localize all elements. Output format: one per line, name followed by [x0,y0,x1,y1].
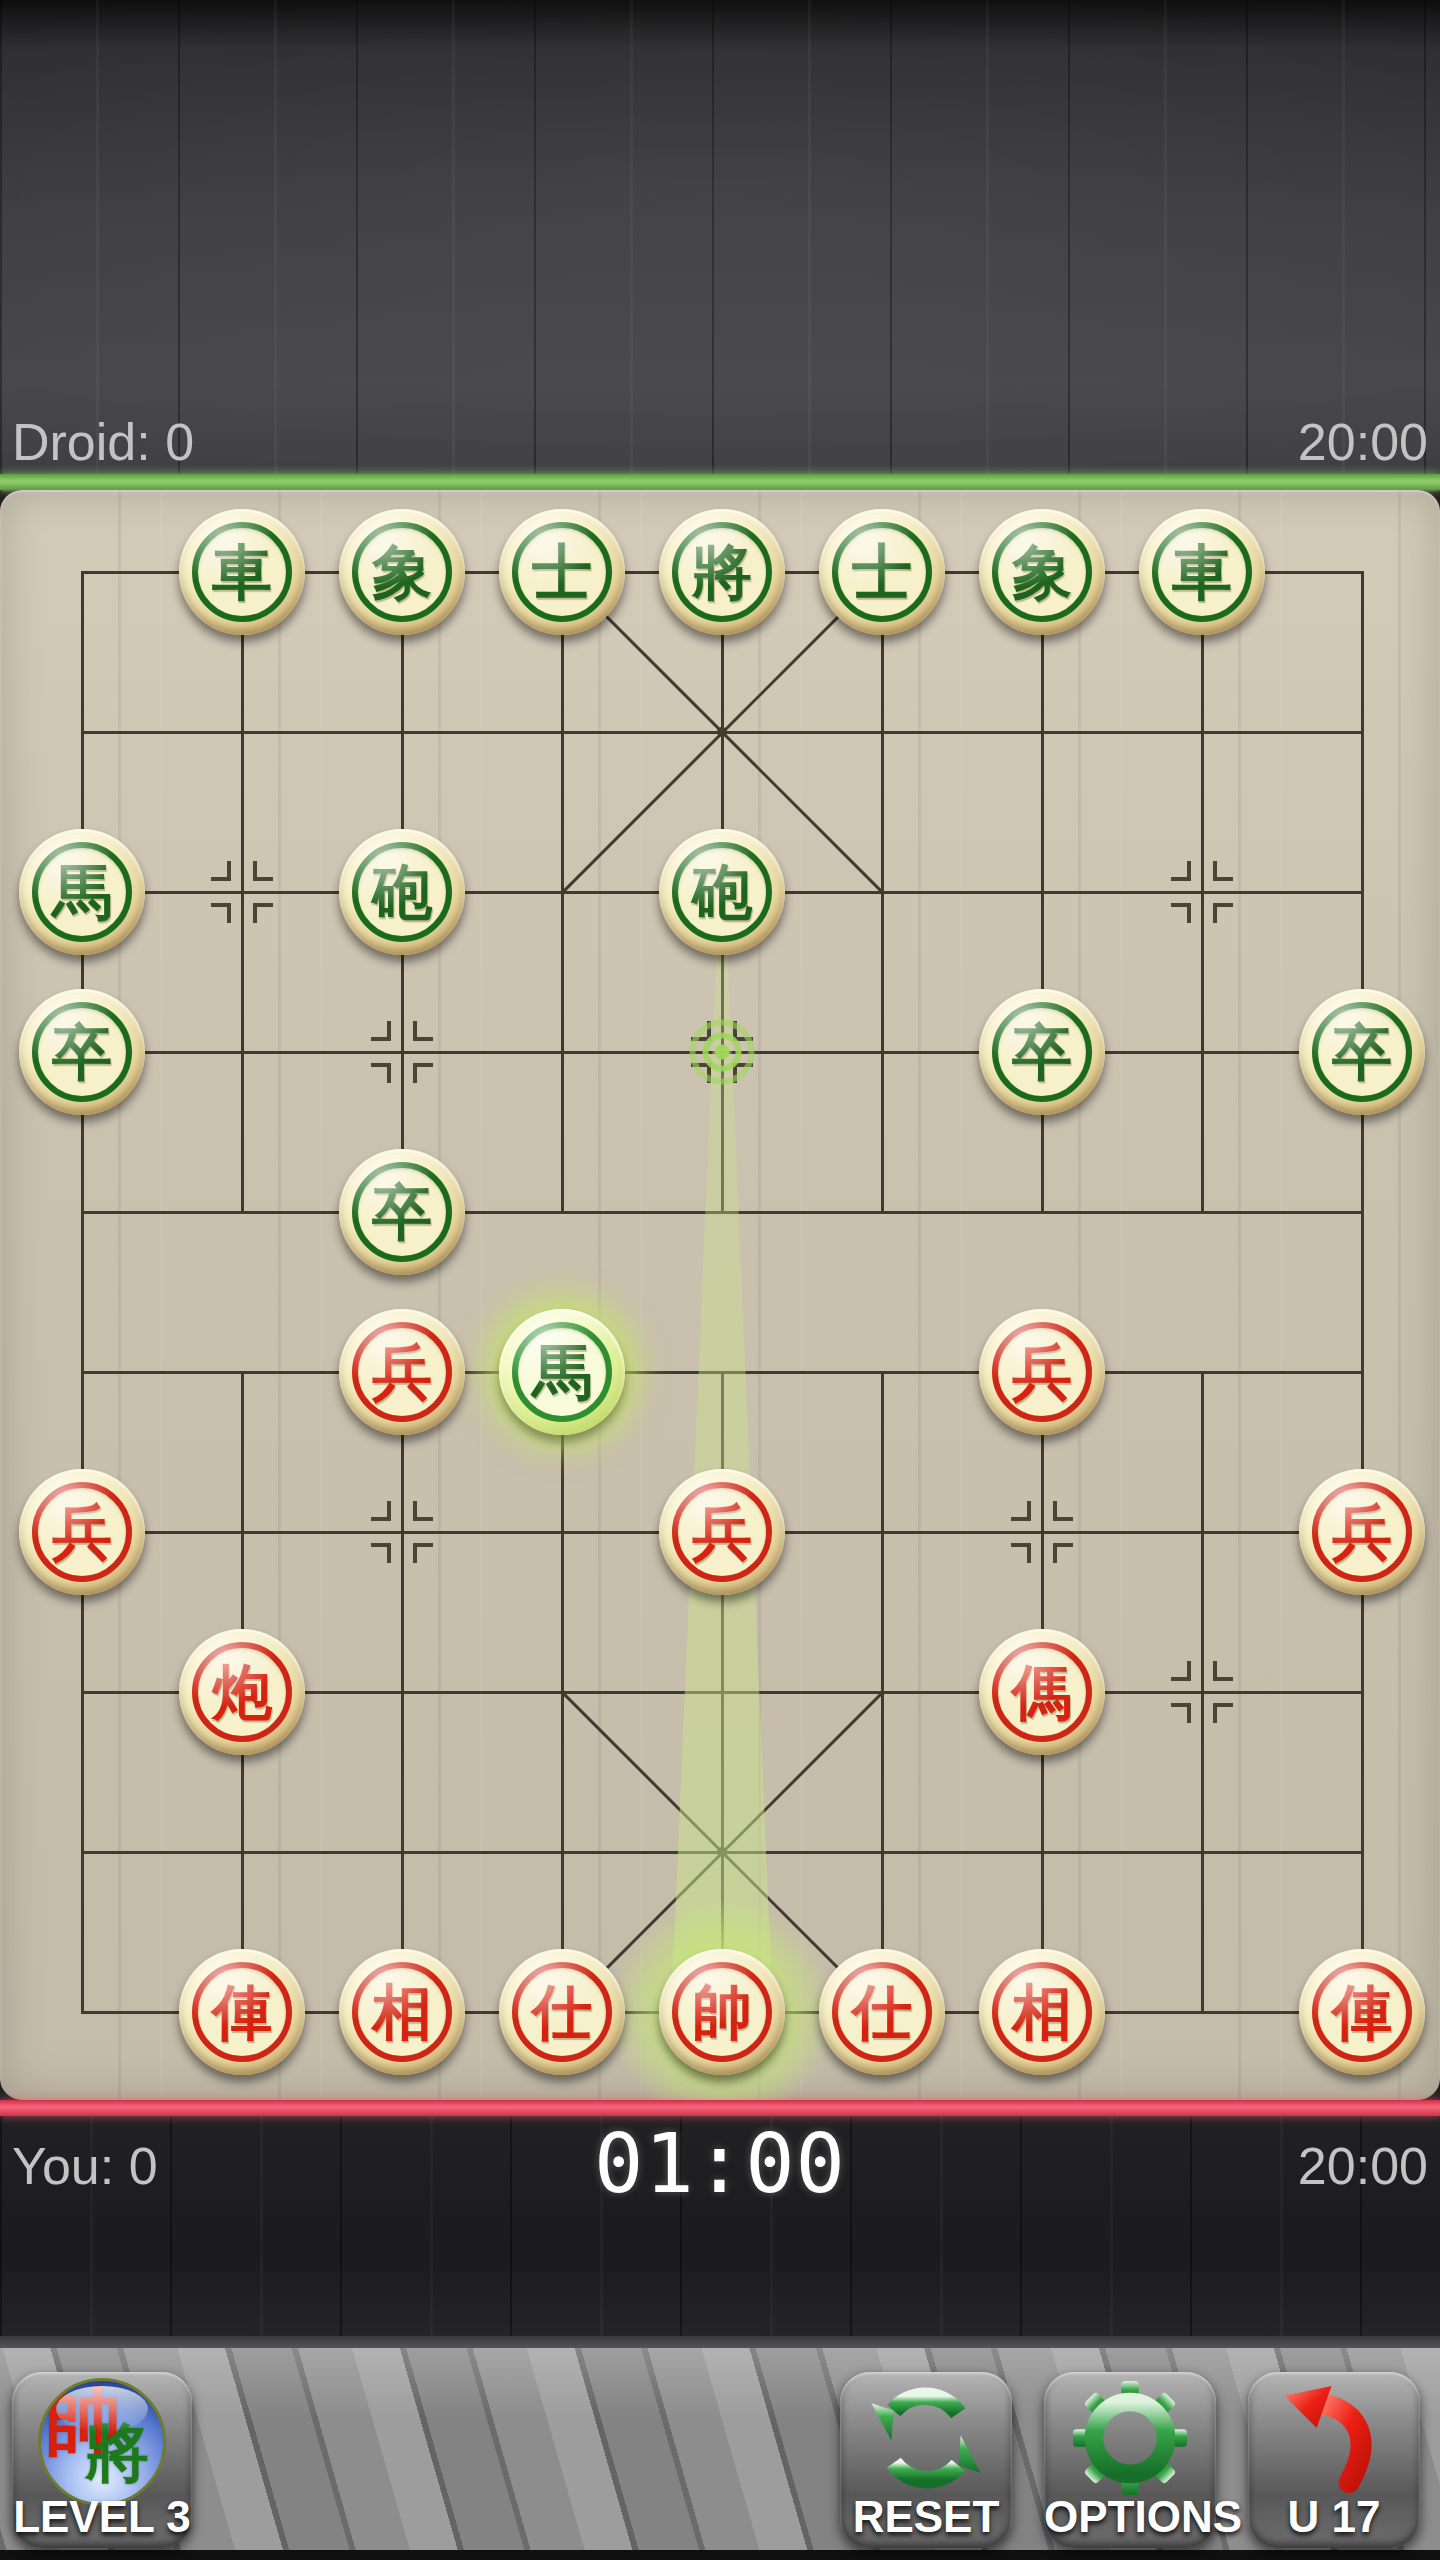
piece-character: 士 [852,542,912,602]
piece-ring: 傌 [992,1642,1092,1742]
piece-character: 兵 [692,1502,752,1562]
piece-red-f1[interactable]: 仕 [819,1949,945,2075]
piece-black-d5[interactable]: 馬 [499,1309,625,1435]
piece-character: 將 [692,542,752,602]
opponent-game-timer: 20:00 [1298,412,1428,472]
grid-file-line [1041,571,1044,1213]
piece-character: 砲 [692,862,752,922]
piece-black-b10[interactable]: 車 [179,509,305,635]
undo-button-label: U 17 [1248,2492,1420,2542]
piece-character: 車 [212,542,272,602]
piece-ring: 俥 [1312,1962,1412,2062]
piece-ring: 相 [352,1962,452,2062]
piece-character: 相 [372,1982,432,2042]
piece-character: 象 [1012,542,1072,602]
xiangqi-app-screen: Droid: 0 20:00 車象士將士象車馬砲砲卒卒卒卒兵馬兵兵兵兵炮傌俥相仕… [0,0,1440,2560]
piece-ring: 兵 [672,1482,772,1582]
piece-character: 車 [1172,542,1232,602]
piece-ring: 車 [1152,522,1252,622]
grid-file-line [1361,571,1364,2014]
reset-button-label: RESET [840,2492,1012,2542]
piece-black-g10[interactable]: 象 [979,509,1105,635]
piece-ring: 卒 [352,1162,452,1262]
piece-red-c1[interactable]: 相 [339,1949,465,2075]
piece-character: 象 [372,542,432,602]
piece-red-g1[interactable]: 相 [979,1949,1105,2075]
piece-ring: 馬 [512,1322,612,1422]
piece-character: 兵 [1012,1342,1072,1402]
piece-ring: 象 [352,522,452,622]
piece-red-i4[interactable]: 兵 [1299,1469,1425,1595]
undo-arrow-icon [1272,2376,1396,2500]
point-marker-c4 [371,1501,433,1563]
wall-floor-seam [0,2336,1440,2348]
piece-ring: 仕 [832,1962,932,2062]
undo-button[interactable]: U 17 [1248,2372,1420,2548]
target-rings-marker [677,1007,767,1097]
grid-file-line [81,571,84,2014]
point-marker-g4 [1011,1501,1073,1563]
piece-black-g7[interactable]: 卒 [979,989,1105,1115]
piece-black-a7[interactable]: 卒 [19,989,145,1115]
piece-character: 仕 [532,1982,592,2042]
piece-character: 馬 [532,1342,592,1402]
options-gear-icon [1068,2376,1192,2500]
piece-character: 砲 [372,862,432,922]
piece-black-d10[interactable]: 士 [499,509,625,635]
reset-refresh-icon [864,2376,988,2500]
piece-red-d1[interactable]: 仕 [499,1949,625,2075]
piece-character: 卒 [372,1182,432,1242]
opponent-turn-indicator-bar [0,474,1440,490]
piece-character: 卒 [52,1022,112,1082]
piece-character: 相 [1012,1982,1072,2042]
level-button[interactable]: 帥 將 LEVEL 3 [12,2372,192,2548]
options-button-label: OPTIONS [1044,2492,1216,2542]
level-button-label: LEVEL 3 [12,2492,192,2542]
piece-character: 炮 [212,1662,272,1722]
piece-ring: 砲 [672,842,772,942]
opponent-score: Droid: 0 [12,412,194,472]
piece-ring: 兵 [32,1482,132,1582]
piece-ring: 兵 [992,1322,1092,1422]
piece-ring: 車 [192,522,292,622]
piece-ring: 炮 [192,1642,292,1742]
piece-character: 兵 [372,1342,432,1402]
black-general-logo-char: 將 [85,2421,149,2485]
piece-black-e10[interactable]: 將 [659,509,785,635]
piece-ring: 兵 [352,1322,452,1422]
piece-red-g5[interactable]: 兵 [979,1309,1105,1435]
xiangqi-board[interactable]: 車象士將士象車馬砲砲卒卒卒卒兵馬兵兵兵兵炮傌俥相仕帥仕相俥 [0,490,1440,2100]
piece-black-i7[interactable]: 卒 [1299,989,1425,1115]
piece-red-e4[interactable]: 兵 [659,1469,785,1595]
piece-character: 兵 [52,1502,112,1562]
piece-character: 俥 [1332,1982,1392,2042]
piece-character: 卒 [1332,1022,1392,1082]
piece-character: 兵 [1332,1502,1392,1562]
piece-black-h10[interactable]: 車 [1139,509,1265,635]
point-marker-c7 [371,1021,433,1083]
reset-button[interactable]: RESET [840,2372,1012,2548]
piece-red-i1[interactable]: 俥 [1299,1949,1425,2075]
piece-black-e8[interactable]: 砲 [659,829,785,955]
piece-ring: 士 [832,522,932,622]
piece-red-g3[interactable]: 傌 [979,1629,1105,1755]
piece-ring: 帥 [672,1962,772,2062]
piece-ring: 砲 [352,842,452,942]
piece-character: 士 [532,542,592,602]
opponent-info-bar: Droid: 0 20:00 [0,406,1440,478]
piece-ring: 兵 [1312,1482,1412,1582]
bottom-edge-strip [0,2550,1440,2560]
piece-ring: 俥 [192,1962,292,2062]
piece-character: 馬 [52,862,112,922]
piece-character: 卒 [1012,1022,1072,1082]
piece-character: 仕 [852,1982,912,2042]
move-countdown-timer: 01:00 [0,2112,1440,2216]
piece-red-c5[interactable]: 兵 [339,1309,465,1435]
point-marker-h3 [1171,1661,1233,1723]
piece-ring: 卒 [992,1002,1092,1102]
piece-ring: 卒 [32,1002,132,1102]
piece-black-a8[interactable]: 馬 [19,829,145,955]
point-marker-b8 [211,861,273,923]
piece-ring: 象 [992,522,1092,622]
point-marker-h8 [1171,861,1233,923]
piece-character: 帥 [692,1982,752,2042]
piece-black-c10[interactable]: 象 [339,509,465,635]
piece-black-c8[interactable]: 砲 [339,829,465,955]
piece-ring: 仕 [512,1962,612,2062]
piece-red-b1[interactable]: 俥 [179,1949,305,2075]
piece-red-b3[interactable]: 炮 [179,1629,305,1755]
palace-centre-dot [717,727,727,737]
app-logo-icon: 帥 將 [38,2378,166,2506]
piece-black-f10[interactable]: 士 [819,509,945,635]
piece-character: 俥 [212,1982,272,2042]
piece-character: 傌 [1012,1662,1072,1722]
piece-ring: 將 [672,522,772,622]
options-button[interactable]: OPTIONS [1044,2372,1216,2548]
piece-ring: 相 [992,1962,1092,2062]
piece-ring: 卒 [1312,1002,1412,1102]
piece-ring: 士 [512,522,612,622]
piece-ring: 馬 [32,842,132,942]
piece-red-e1[interactable]: 帥 [659,1949,785,2075]
piece-black-c6[interactable]: 卒 [339,1149,465,1275]
piece-red-a4[interactable]: 兵 [19,1469,145,1595]
grid-file-line [401,1371,404,2013]
